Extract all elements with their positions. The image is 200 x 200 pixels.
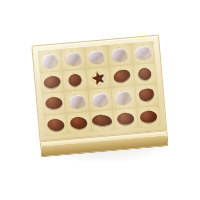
- chocolate-oval-piece: [70, 116, 88, 129]
- tray-cell: [135, 84, 159, 106]
- wrapped-piece: [69, 94, 86, 108]
- chocolate-round-piece: [138, 67, 152, 80]
- chocolate-oval-piece: [140, 110, 158, 123]
- tray-cell: [137, 105, 161, 127]
- tray-cell: [43, 114, 67, 136]
- tray-grid: ★: [38, 41, 161, 136]
- chocolate-box: ★: [31, 35, 168, 158]
- box-lid: ★: [31, 35, 167, 143]
- tray-cell: [90, 109, 114, 131]
- tray-cell: [112, 86, 136, 108]
- wrapped-piece: [65, 51, 82, 66]
- wrapped-piece: [92, 92, 109, 107]
- chocolate-round-piece: [67, 73, 82, 88]
- chocolate-oval-piece: [46, 118, 65, 132]
- tray-cell: [61, 47, 85, 69]
- tray-cell: [88, 88, 112, 110]
- tray-cell: [113, 107, 137, 129]
- wrapped-piece: [88, 49, 105, 63]
- chocolate-oval-piece: [112, 67, 132, 84]
- wrapped-piece: [40, 52, 59, 70]
- wrapped-piece: [112, 48, 128, 61]
- chocolate-oval-piece: [117, 112, 134, 124]
- tray-cell: [84, 45, 108, 67]
- tray-cell: [65, 90, 89, 112]
- tray-cell: [110, 65, 134, 87]
- tray-cell: [38, 49, 62, 71]
- tray-cell: [131, 41, 155, 63]
- wrapped-piece: [115, 89, 133, 105]
- chocolate-oval-piece: [42, 75, 61, 90]
- tray-cell: [42, 92, 66, 114]
- tray-cell: [108, 43, 132, 65]
- product-photo: ★: [0, 0, 200, 200]
- tray-cell: [40, 71, 64, 93]
- chocolate-star-piece: ★: [90, 69, 108, 86]
- chocolate-oval-piece: [45, 97, 62, 109]
- chocolate-date-piece: [92, 115, 112, 127]
- tray-cell: [133, 63, 157, 85]
- wrapped-piece: [135, 45, 152, 59]
- chocolate-shell-piece: [138, 88, 155, 103]
- tray-cell: [67, 112, 91, 134]
- tray-cell: [63, 69, 87, 91]
- tray-cell: ★: [86, 67, 110, 89]
